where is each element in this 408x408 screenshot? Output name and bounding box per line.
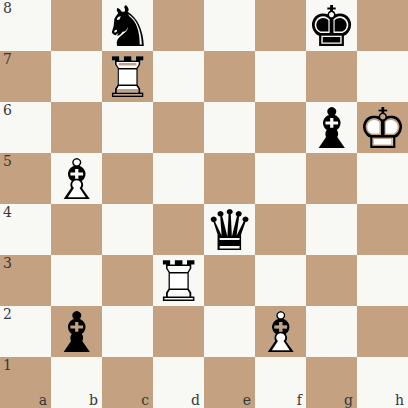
square-h5[interactable] — [357, 153, 408, 204]
square-d3[interactable]: ♜♖ — [153, 255, 204, 306]
square-c8[interactable]: ♞ — [102, 0, 153, 51]
square-a3[interactable]: 3 — [0, 255, 51, 306]
square-h7[interactable] — [357, 51, 408, 102]
square-c2[interactable] — [102, 306, 153, 357]
square-g3[interactable] — [306, 255, 357, 306]
square-c6[interactable] — [102, 102, 153, 153]
square-e1[interactable]: e — [204, 357, 255, 408]
rank-label-7: 7 — [3, 51, 12, 67]
square-b8[interactable] — [51, 0, 102, 51]
square-b5[interactable]: ♝♗ — [51, 153, 102, 204]
square-c4[interactable] — [102, 204, 153, 255]
square-g6[interactable]: ♝ — [306, 102, 357, 153]
square-c3[interactable] — [102, 255, 153, 306]
file-label-a: a — [39, 392, 47, 408]
square-c7[interactable]: ♜♖ — [102, 51, 153, 102]
rank-label-5: 5 — [3, 153, 12, 169]
piece-white-bishop: ♝♗ — [51, 154, 102, 205]
square-a6[interactable]: 6 — [0, 102, 51, 153]
square-f8[interactable] — [255, 0, 306, 51]
piece-black-queen: ♛ — [204, 205, 255, 256]
file-label-h: h — [395, 392, 404, 408]
piece-black-bishop: ♝ — [306, 103, 357, 154]
square-e3[interactable] — [204, 255, 255, 306]
rank-label-6: 6 — [3, 102, 12, 118]
square-a1[interactable]: 1a — [0, 357, 51, 408]
square-d8[interactable] — [153, 0, 204, 51]
piece-white-rook: ♜♖ — [153, 256, 204, 307]
square-a5[interactable]: 5 — [0, 153, 51, 204]
file-label-g: g — [344, 392, 353, 408]
square-h8[interactable] — [357, 0, 408, 51]
square-f7[interactable] — [255, 51, 306, 102]
square-b7[interactable] — [51, 51, 102, 102]
square-d2[interactable] — [153, 306, 204, 357]
square-f6[interactable] — [255, 102, 306, 153]
file-label-b: b — [89, 392, 98, 408]
square-d4[interactable] — [153, 204, 204, 255]
square-f2[interactable]: ♝♗ — [255, 306, 306, 357]
square-b3[interactable] — [51, 255, 102, 306]
square-g7[interactable] — [306, 51, 357, 102]
square-e7[interactable] — [204, 51, 255, 102]
piece-black-bishop: ♝ — [51, 307, 102, 358]
square-h4[interactable] — [357, 204, 408, 255]
piece-black-king: ♚ — [306, 1, 357, 52]
square-a7[interactable]: 7 — [0, 51, 51, 102]
square-d1[interactable]: d — [153, 357, 204, 408]
square-e8[interactable] — [204, 0, 255, 51]
file-label-e: e — [243, 392, 251, 408]
square-f3[interactable] — [255, 255, 306, 306]
square-e4[interactable]: ♛ — [204, 204, 255, 255]
square-d7[interactable] — [153, 51, 204, 102]
square-f5[interactable] — [255, 153, 306, 204]
square-c5[interactable] — [102, 153, 153, 204]
square-e6[interactable] — [204, 102, 255, 153]
square-a8[interactable]: 8 — [0, 0, 51, 51]
square-h1[interactable]: h — [357, 357, 408, 408]
square-b1[interactable]: b — [51, 357, 102, 408]
square-b4[interactable] — [51, 204, 102, 255]
rank-label-8: 8 — [3, 0, 12, 16]
rank-label-4: 4 — [3, 204, 12, 220]
square-a2[interactable]: 2 — [0, 306, 51, 357]
square-e5[interactable] — [204, 153, 255, 204]
piece-white-rook: ♜♖ — [102, 52, 153, 103]
square-h6[interactable]: ♚♔ — [357, 102, 408, 153]
square-d5[interactable] — [153, 153, 204, 204]
rank-label-2: 2 — [3, 306, 12, 322]
square-b2[interactable]: ♝ — [51, 306, 102, 357]
piece-white-king: ♚♔ — [357, 103, 408, 154]
square-a4[interactable]: 4 — [0, 204, 51, 255]
square-e2[interactable] — [204, 306, 255, 357]
square-g1[interactable]: g — [306, 357, 357, 408]
square-f1[interactable]: f — [255, 357, 306, 408]
square-h3[interactable] — [357, 255, 408, 306]
square-g5[interactable] — [306, 153, 357, 204]
file-label-c: c — [141, 392, 149, 408]
square-f4[interactable] — [255, 204, 306, 255]
rank-label-1: 1 — [3, 357, 12, 373]
square-g2[interactable] — [306, 306, 357, 357]
square-g8[interactable]: ♚ — [306, 0, 357, 51]
piece-white-bishop: ♝♗ — [255, 307, 306, 358]
file-label-f: f — [297, 392, 302, 408]
square-d6[interactable] — [153, 102, 204, 153]
square-c1[interactable]: c — [102, 357, 153, 408]
square-h2[interactable] — [357, 306, 408, 357]
square-b6[interactable] — [51, 102, 102, 153]
file-label-d: d — [191, 392, 200, 408]
square-g4[interactable] — [306, 204, 357, 255]
rank-label-3: 3 — [3, 255, 12, 271]
chess-board: 8♞♚7♜♖6♝♚♔5♝♗4♛3♜♖2♝♝♗1abcdefgh — [0, 0, 408, 408]
